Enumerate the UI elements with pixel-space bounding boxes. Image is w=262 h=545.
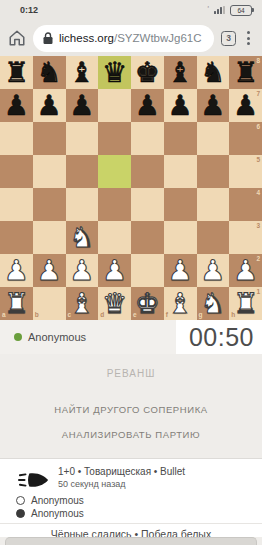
square-h1[interactable]: ♜1h xyxy=(229,287,262,320)
coord-rank-label: 6 xyxy=(256,124,260,131)
square-g7[interactable]: ♟ xyxy=(197,89,230,122)
square-b4[interactable] xyxy=(33,188,66,221)
black-player-name: Anonymous xyxy=(31,508,84,519)
game-meta: 1+0 • Товарищеская • Bullet xyxy=(58,466,185,477)
white-bishop-icon: ♝ xyxy=(69,287,94,320)
tab-counter-button[interactable]: 3 xyxy=(221,31,236,46)
home-icon[interactable] xyxy=(8,29,26,47)
square-h4[interactable]: 4 xyxy=(229,188,262,221)
black-pawn-icon: ♟ xyxy=(4,89,29,122)
player-bar: Anonymous 00:50 xyxy=(0,320,262,354)
square-c1[interactable]: ♝c xyxy=(66,287,99,320)
square-e2[interactable] xyxy=(131,254,164,287)
battery-icon: 64 xyxy=(230,5,252,16)
black-knight-icon: ♞ xyxy=(200,56,225,89)
tab-count: 3 xyxy=(226,33,231,43)
coord-file-label: b xyxy=(35,312,39,319)
new-opponent-button[interactable]: НАЙТИ ДРУГОГО СОПЕРНИКА xyxy=(0,404,262,415)
coord-rank-label: 3 xyxy=(256,223,260,230)
square-h2[interactable]: ♟2 xyxy=(229,254,262,287)
white-pawn-icon: ♟ xyxy=(4,254,29,287)
battery-percent: 64 xyxy=(237,7,244,14)
black-bishop-icon: ♝ xyxy=(168,56,193,89)
coord-rank-label: 1 xyxy=(256,289,260,296)
rematch-button[interactable]: РЕВАНШ xyxy=(0,354,262,379)
square-b8[interactable]: ♞ xyxy=(33,56,66,89)
square-c8[interactable]: ♝ xyxy=(66,56,99,89)
white-rook-icon: ♜ xyxy=(233,287,258,320)
black-queen-icon: ♛ xyxy=(102,56,127,89)
white-pawn-icon: ♟ xyxy=(37,254,62,287)
black-pawn-icon: ♟ xyxy=(37,89,62,122)
square-b2[interactable]: ♟ xyxy=(33,254,66,287)
black-king-icon: ♚ xyxy=(135,56,160,89)
square-d8[interactable]: ♛ xyxy=(98,56,131,89)
square-d4[interactable] xyxy=(98,188,131,221)
square-e7[interactable]: ♟ xyxy=(131,89,164,122)
coord-file-label: c xyxy=(68,312,72,319)
coord-file-label: g xyxy=(199,312,203,319)
online-dot-icon xyxy=(14,333,22,341)
white-king-icon: ♚ xyxy=(135,287,160,320)
signal-icon: ⁴ xyxy=(207,6,225,14)
white-piece-icon xyxy=(16,496,25,505)
coord-file-label: f xyxy=(166,312,168,319)
black-rook-icon: ♜ xyxy=(233,56,258,89)
square-a3[interactable] xyxy=(0,221,33,254)
square-b7[interactable]: ♟ xyxy=(33,89,66,122)
square-c4[interactable] xyxy=(66,188,99,221)
white-pawn-icon: ♟ xyxy=(200,254,225,287)
lock-icon xyxy=(43,32,53,44)
square-h8[interactable]: ♜8 xyxy=(229,56,262,89)
black-pawn-icon: ♟ xyxy=(200,89,225,122)
url-path: /SYZWtbwJg61C xyxy=(114,32,202,44)
square-f3[interactable] xyxy=(164,221,197,254)
square-g6[interactable] xyxy=(197,122,230,155)
coord-file-label: d xyxy=(100,312,104,319)
square-b5[interactable] xyxy=(33,155,66,188)
white-rook-icon: ♜ xyxy=(4,287,29,320)
white-bishop-icon: ♝ xyxy=(168,287,193,320)
square-f1[interactable]: ♝f xyxy=(164,287,197,320)
status-clock: 0:12 xyxy=(20,5,38,15)
square-h5[interactable]: 5 xyxy=(229,155,262,188)
chess-board[interactable]: ♜♞♝♛♚♝♞♜8♟♟♟♟♟♟♟7654♞3♟♟♟♟♟♟♟2♜ab♝c♛d♚e♝… xyxy=(0,56,262,320)
white-pawn-icon: ♟ xyxy=(233,254,258,287)
square-a8[interactable]: ♜ xyxy=(0,56,33,89)
square-f2[interactable]: ♟ xyxy=(164,254,197,287)
square-c2[interactable]: ♟ xyxy=(66,254,99,287)
square-a7[interactable]: ♟ xyxy=(0,89,33,122)
coord-rank-label: 5 xyxy=(256,157,260,164)
game-info-card: 1+0 • Товарищеская • Bullet 50 секунд на… xyxy=(0,458,262,537)
coord-file-label: h xyxy=(231,312,235,319)
square-c3[interactable]: ♞ xyxy=(66,221,99,254)
white-pawn-icon: ♟ xyxy=(168,254,193,287)
white-knight-icon: ♞ xyxy=(200,287,225,320)
bullet-icon xyxy=(18,468,50,492)
white-queen-icon: ♛ xyxy=(102,287,127,320)
black-pawn-icon: ♟ xyxy=(233,89,258,122)
white-knight-icon: ♞ xyxy=(69,221,94,254)
white-player-name: Anonymous xyxy=(31,495,84,506)
square-g1[interactable]: ♞g xyxy=(197,287,230,320)
square-d3[interactable] xyxy=(98,221,131,254)
square-f5[interactable] xyxy=(164,155,197,188)
square-c5[interactable] xyxy=(66,155,99,188)
square-g3[interactable] xyxy=(197,221,230,254)
url-host: lichess.org xyxy=(59,32,114,44)
black-pawn-icon: ♟ xyxy=(69,89,94,122)
next-section-edge xyxy=(5,537,257,545)
square-b3[interactable] xyxy=(33,221,66,254)
square-f6[interactable] xyxy=(164,122,197,155)
coord-rank-label: 8 xyxy=(256,58,260,65)
url-bar[interactable]: lichess.org/SYZWtbwJg61C xyxy=(33,25,214,52)
black-pawn-icon: ♟ xyxy=(168,89,193,122)
analyze-button[interactable]: АНАЛИЗИРОВАТЬ ПАРТИЮ xyxy=(0,429,262,440)
square-g4[interactable] xyxy=(197,188,230,221)
white-pawn-icon: ♟ xyxy=(102,254,127,287)
game-clock: 00:50 xyxy=(176,320,262,354)
black-rook-icon: ♜ xyxy=(4,56,29,89)
black-bishop-icon: ♝ xyxy=(69,56,94,89)
square-a6[interactable] xyxy=(0,122,33,155)
players-list: Anonymous Anonymous xyxy=(0,492,262,519)
square-d2[interactable]: ♟ xyxy=(98,254,131,287)
square-f8[interactable]: ♝ xyxy=(164,56,197,89)
black-knight-icon: ♞ xyxy=(37,56,62,89)
game-time-ago: 50 секунд назад xyxy=(58,479,185,489)
white-pawn-icon: ♟ xyxy=(69,254,94,287)
square-f4[interactable] xyxy=(164,188,197,221)
square-e3[interactable] xyxy=(131,221,164,254)
square-a5[interactable] xyxy=(0,155,33,188)
square-e4[interactable] xyxy=(131,188,164,221)
black-player-row: Anonymous xyxy=(16,508,262,519)
square-a1[interactable]: ♜a xyxy=(0,287,33,320)
square-e8[interactable]: ♚ xyxy=(131,56,164,89)
coord-rank-label: 7 xyxy=(256,91,260,98)
black-pawn-icon: ♟ xyxy=(135,89,160,122)
square-h7[interactable]: ♟7 xyxy=(229,89,262,122)
square-h3[interactable]: 3 xyxy=(229,221,262,254)
square-a4[interactable] xyxy=(0,188,33,221)
black-piece-icon xyxy=(16,509,25,518)
square-g5[interactable] xyxy=(197,155,230,188)
square-e6[interactable] xyxy=(131,122,164,155)
square-h6[interactable]: 6 xyxy=(229,122,262,155)
menu-kebab-icon[interactable] xyxy=(243,29,254,47)
url-text: lichess.org/SYZWtbwJg61C xyxy=(59,32,202,44)
coord-rank-label: 4 xyxy=(256,190,260,197)
square-d7[interactable] xyxy=(98,89,131,122)
square-c6[interactable] xyxy=(66,122,99,155)
square-a2[interactable]: ♟ xyxy=(0,254,33,287)
square-e1[interactable]: ♚e xyxy=(131,287,164,320)
square-b1[interactable]: b xyxy=(33,287,66,320)
square-d6[interactable] xyxy=(98,122,131,155)
browser-toolbar: lichess.org/SYZWtbwJg61C 3 xyxy=(0,20,262,56)
square-d5[interactable] xyxy=(98,155,131,188)
square-b6[interactable] xyxy=(33,122,66,155)
white-player-row: Anonymous xyxy=(16,495,262,506)
square-g2[interactable]: ♟ xyxy=(197,254,230,287)
square-g8[interactable]: ♞ xyxy=(197,56,230,89)
square-c7[interactable]: ♟ xyxy=(66,89,99,122)
square-f7[interactable]: ♟ xyxy=(164,89,197,122)
square-e5[interactable] xyxy=(131,155,164,188)
coord-file-label: a xyxy=(2,312,6,319)
coord-rank-label: 2 xyxy=(256,256,260,263)
coord-file-label: e xyxy=(133,312,137,319)
status-bar: 0:12 ⁴ 64 xyxy=(0,0,262,20)
post-game-actions: РЕВАНШ НАЙТИ ДРУГОГО СОПЕРНИКА АНАЛИЗИРО… xyxy=(0,354,262,458)
square-d1[interactable]: ♛d xyxy=(98,287,131,320)
player-name: Anonymous xyxy=(28,331,86,343)
